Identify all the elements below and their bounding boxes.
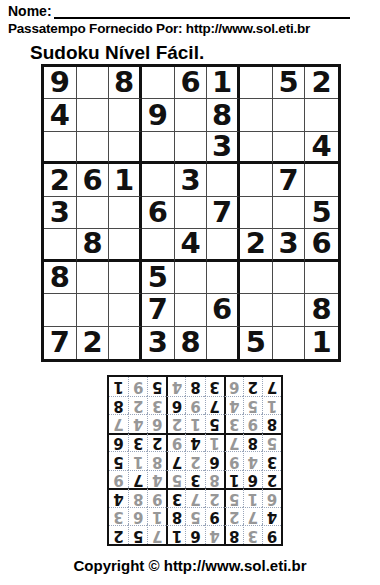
puzzle-cell-r6c5: 4: [175, 229, 208, 261]
puzzle-cell-r5c1: 3: [44, 197, 77, 229]
solution-cell-r6c5: 4: [185, 433, 204, 452]
solution-cell-r4c6: 5: [166, 470, 185, 489]
puzzle-cell-r1c6: 1: [207, 67, 240, 99]
puzzle-cell-r7c2[interactable]: [77, 262, 110, 294]
puzzle-cell-r3c3[interactable]: [109, 132, 142, 164]
puzzle-cell-r5c5[interactable]: [175, 197, 208, 229]
solution-cell-r7c6: 2: [166, 414, 185, 433]
puzzle-cell-r8c7[interactable]: [240, 294, 273, 326]
solution-cell-r4c2: 6: [243, 470, 262, 489]
solution-cell-r1c7: 7: [147, 525, 166, 544]
puzzle-cell-r7c3[interactable]: [109, 262, 142, 294]
solution-cell-r3c3: 5: [224, 488, 243, 507]
solution-cell-r5c2: 4: [243, 451, 262, 470]
solution-cell-r3c5: 7: [185, 488, 204, 507]
solution-cell-r7c5: 1: [185, 414, 204, 433]
puzzle-cell-r2c7[interactable]: [240, 99, 273, 131]
puzzle-cell-r8c8[interactable]: [273, 294, 306, 326]
solution-cell-r4c4: 8: [205, 470, 224, 489]
solution-cell-r4c7: 4: [147, 470, 166, 489]
puzzle-cell-r1c1: 9: [44, 67, 77, 99]
puzzle-cell-r4c5: 3: [175, 164, 208, 196]
puzzle-cell-r3c2[interactable]: [77, 132, 110, 164]
puzzle-cell-r6c8: 3: [273, 229, 306, 261]
puzzle-cell-r2c3[interactable]: [109, 99, 142, 131]
solution-cell-r1c5: 6: [185, 525, 204, 544]
puzzle-cell-r8c4: 7: [142, 294, 175, 326]
puzzle-cell-r4c7[interactable]: [240, 164, 273, 196]
puzzle-cell-r9c1: 7: [44, 327, 77, 359]
main-sudoku-grid: 986152498342613736758423685768723851: [41, 64, 341, 362]
puzzle-cell-r8c3[interactable]: [109, 294, 142, 326]
solution-cell-r2c7: 1: [147, 507, 166, 526]
puzzle-cell-r5c6: 7: [207, 197, 240, 229]
puzzle-cell-r3c7[interactable]: [240, 132, 273, 164]
solution-cell-r3c9: 4: [109, 488, 128, 507]
solution-cell-r9c2: 2: [243, 377, 262, 396]
puzzle-cell-r3c1[interactable]: [44, 132, 77, 164]
solution-cell-r3c7: 9: [147, 488, 166, 507]
solution-cell-r1c9: 2: [109, 525, 128, 544]
puzzle-cell-r6c7: 2: [240, 229, 273, 261]
solution-cell-r2c3: 2: [224, 507, 243, 526]
puzzle-cell-r7c8[interactable]: [273, 262, 306, 294]
puzzle-cell-r2c6: 8: [207, 99, 240, 131]
solution-cell-r9c3: 6: [224, 377, 243, 396]
solution-cell-r5c4: 6: [205, 451, 224, 470]
puzzle-cell-r6c4[interactable]: [142, 229, 175, 261]
solution-cell-r8c7: 3: [147, 396, 166, 415]
puzzle-cell-r6c2: 8: [77, 229, 110, 261]
solution-cell-r3c2: 1: [243, 488, 262, 507]
puzzle-cell-r4c8: 7: [273, 164, 306, 196]
puzzle-cell-r6c9: 6: [305, 229, 338, 261]
puzzle-cell-r9c6[interactable]: [207, 327, 240, 359]
puzzle-cell-r7c4: 5: [142, 262, 175, 294]
solution-cell-r9c9: 1: [109, 377, 128, 396]
solution-cell-r5c1: 3: [262, 451, 281, 470]
solution-cell-r1c4: 4: [205, 525, 224, 544]
solution-cell-r2c5: 5: [185, 507, 204, 526]
solution-cell-r7c1: 8: [262, 414, 281, 433]
puzzle-cell-r5c3[interactable]: [109, 197, 142, 229]
solution-cell-r2c8: 6: [128, 507, 147, 526]
solution-cell-r8c4: 7: [205, 396, 224, 415]
solution-cell-r4c1: 2: [262, 470, 281, 489]
solution-cell-r5c3: 9: [224, 451, 243, 470]
puzzle-cell-r6c6[interactable]: [207, 229, 240, 261]
puzzle-cell-r5c2[interactable]: [77, 197, 110, 229]
puzzle-cell-r7c6[interactable]: [207, 262, 240, 294]
solution-cell-r2c4: 9: [205, 507, 224, 526]
solution-cell-r6c8: 3: [128, 433, 147, 452]
puzzle-cell-r8c5[interactable]: [175, 294, 208, 326]
puzzle-cell-r4c9[interactable]: [305, 164, 338, 196]
solution-cell-r3c8: 8: [128, 488, 147, 507]
solution-cell-r1c8: 5: [128, 525, 147, 544]
puzzle-cell-r7c7[interactable]: [240, 262, 273, 294]
puzzle-cell-r1c9: 2: [305, 67, 338, 99]
puzzle-cell-r8c6: 6: [207, 294, 240, 326]
puzzle-cell-r9c7: 5: [240, 327, 273, 359]
solution-cell-r5c8: 1: [128, 451, 147, 470]
puzzle-cell-r9c5: 8: [175, 327, 208, 359]
solution-cell-r2c2: 7: [243, 507, 262, 526]
solution-cell-r9c7: 5: [147, 377, 166, 396]
puzzle-cell-r7c5[interactable]: [175, 262, 208, 294]
solution-cell-r1c1: 9: [262, 525, 281, 544]
solution-cell-r9c6: 4: [166, 377, 185, 396]
solution-cell-r6c2: 8: [243, 433, 262, 452]
solution-cell-r7c9: 7: [109, 414, 128, 433]
puzzle-cell-r5c9: 5: [305, 197, 338, 229]
solution-cell-r6c7: 2: [147, 433, 166, 452]
solution-cell-r5c6: 7: [166, 451, 185, 470]
solution-cell-r7c4: 5: [205, 414, 224, 433]
solution-cell-r5c5: 2: [185, 451, 204, 470]
puzzle-cell-r3c4[interactable]: [142, 132, 175, 164]
solution-cell-r1c3: 8: [224, 525, 243, 544]
name-fill-line[interactable]: [54, 2, 350, 19]
solution-cell-r5c9: 5: [109, 451, 128, 470]
puzzle-cell-r4c1: 2: [44, 164, 77, 196]
puzzle-cell-r2c5[interactable]: [175, 99, 208, 131]
solution-cell-r2c1: 4: [262, 507, 281, 526]
name-label: Nome:: [8, 3, 52, 19]
puzzle-cell-r3c8[interactable]: [273, 132, 306, 164]
puzzle-cell-r4c3: 1: [109, 164, 142, 196]
puzzle-cell-r8c1[interactable]: [44, 294, 77, 326]
puzzle-cell-r1c7[interactable]: [240, 67, 273, 99]
puzzle-cell-r8c2[interactable]: [77, 294, 110, 326]
solution-cell-r6c6: 9: [166, 433, 185, 452]
puzzle-cell-r5c7[interactable]: [240, 197, 273, 229]
solution-cell-r3c4: 2: [205, 488, 224, 507]
solution-cell-r6c1: 5: [262, 433, 281, 452]
puzzle-cell-r6c1[interactable]: [44, 229, 77, 261]
solution-cell-r8c5: 9: [185, 396, 204, 415]
solution-cell-r9c4: 3: [205, 377, 224, 396]
solution-cell-r2c6: 8: [166, 507, 185, 526]
puzzle-cell-r4c6[interactable]: [207, 164, 240, 196]
solution-cell-r4c9: 9: [109, 470, 128, 489]
solution-cell-r7c3: 3: [224, 414, 243, 433]
puzzle-cell-r5c4: 6: [142, 197, 175, 229]
solution-cell-r8c9: 8: [109, 396, 128, 415]
solution-cell-r4c8: 7: [128, 470, 147, 489]
puzzle-cell-r1c4[interactable]: [142, 67, 175, 99]
puzzle-cell-r2c4: 9: [142, 99, 175, 131]
solution-cell-r1c2: 3: [243, 525, 262, 544]
solution-cell-r8c1: 1: [262, 396, 281, 415]
puzzle-cell-r3c6: 3: [207, 132, 240, 164]
sudoku-worksheet-page: Nome: Passatempo Fornecido Por: http://w…: [0, 0, 380, 585]
solution-cell-r9c1: 7: [262, 377, 281, 396]
puzzle-cell-r4c4[interactable]: [142, 164, 175, 196]
provider-line: Passatempo Fornecido Por: http://www.sol…: [8, 21, 310, 36]
solution-cell-r5c7: 8: [147, 451, 166, 470]
puzzle-cell-r9c8[interactable]: [273, 327, 306, 359]
solution-cell-r4c5: 3: [185, 470, 204, 489]
solution-cell-r1c6: 1: [166, 525, 185, 544]
solution-cell-r8c3: 4: [224, 396, 243, 415]
solution-cell-r9c5: 8: [185, 377, 204, 396]
puzzle-cell-r1c3: 8: [109, 67, 142, 99]
puzzle-cell-r2c8[interactable]: [273, 99, 306, 131]
puzzle-cell-r9c2: 2: [77, 327, 110, 359]
solution-cell-r8c2: 5: [243, 396, 262, 415]
page-title: Sudoku Nível Fácil.: [30, 42, 204, 64]
solution-cell-r7c8: 4: [128, 414, 147, 433]
puzzle-cell-r1c5: 6: [175, 67, 208, 99]
solution-cell-r7c2: 9: [243, 414, 262, 433]
puzzle-cell-r7c1: 8: [44, 262, 77, 294]
solution-cell-r3c1: 6: [262, 488, 281, 507]
puzzle-cell-r7c9[interactable]: [305, 262, 338, 294]
puzzle-cell-r9c3[interactable]: [109, 327, 142, 359]
copyright-text: Copyright © http://www.sol.eti.br: [0, 557, 380, 574]
solution-cell-r2c9: 3: [109, 507, 128, 526]
puzzle-cell-r1c2[interactable]: [77, 67, 110, 99]
puzzle-cell-r3c5[interactable]: [175, 132, 208, 164]
solution-grid-upside-down: 9384617524729581636152739842618354793496…: [107, 375, 283, 546]
puzzle-cell-r1c8: 5: [273, 67, 306, 99]
puzzle-cell-r6c3[interactable]: [109, 229, 142, 261]
puzzle-cell-r9c4: 3: [142, 327, 175, 359]
puzzle-cell-r3c9: 4: [305, 132, 338, 164]
solution-cell-r8c8: 2: [128, 396, 147, 415]
solution-cell-r7c7: 6: [147, 414, 166, 433]
name-row: Nome:: [8, 2, 350, 19]
solution-cell-r6c3: 7: [224, 433, 243, 452]
puzzle-cell-r2c2[interactable]: [77, 99, 110, 131]
puzzle-cell-r5c8[interactable]: [273, 197, 306, 229]
solution-cell-r3c6: 3: [166, 488, 185, 507]
puzzle-cell-r9c9: 1: [305, 327, 338, 359]
puzzle-cell-r4c2: 6: [77, 164, 110, 196]
solution-cell-r8c6: 6: [166, 396, 185, 415]
puzzle-cell-r2c9[interactable]: [305, 99, 338, 131]
solution-cell-r9c8: 9: [128, 377, 147, 396]
solution-cell-r4c3: 1: [224, 470, 243, 489]
puzzle-cell-r8c9: 8: [305, 294, 338, 326]
solution-cell-r6c9: 6: [109, 433, 128, 452]
puzzle-cell-r2c1: 4: [44, 99, 77, 131]
solution-cell-r6c4: 1: [205, 433, 224, 452]
